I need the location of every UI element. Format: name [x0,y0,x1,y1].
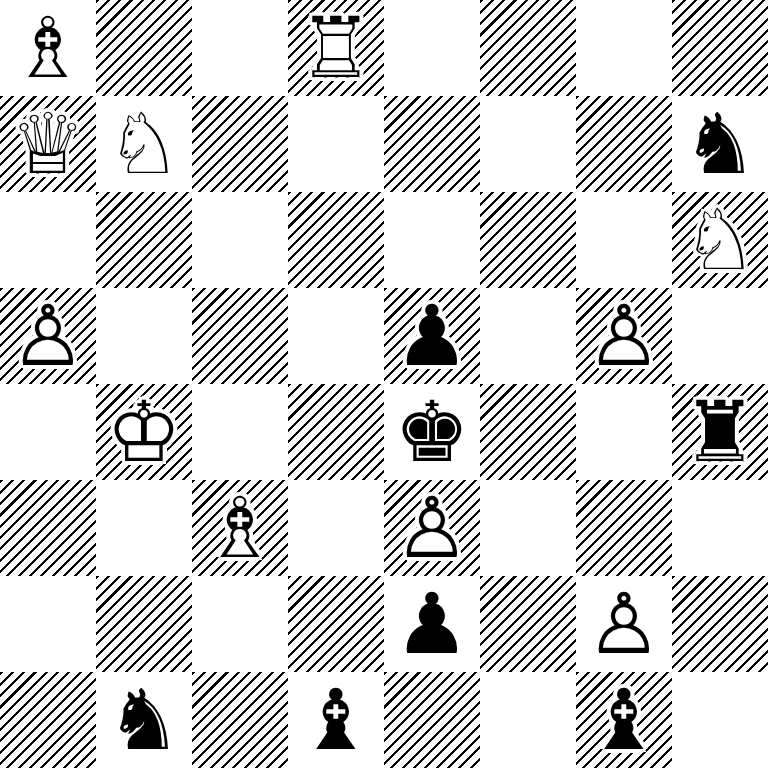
square-c2[interactable] [192,576,288,672]
square-f2[interactable] [480,576,576,672]
square-h3[interactable] [672,480,768,576]
square-b7[interactable]: ♞♘ [96,96,192,192]
square-f6[interactable] [480,192,576,288]
square-d7[interactable] [288,96,384,192]
square-b6[interactable] [96,192,192,288]
square-h1[interactable] [672,672,768,768]
square-g1[interactable]: ♝♝ [576,672,672,768]
square-a3[interactable] [0,480,96,576]
square-c8[interactable] [192,0,288,96]
square-g6[interactable] [576,192,672,288]
chess-board: ♝♗♜♖♛♕♞♘♞♞♞♘♟♙♟♟♟♙♚♔♚♚♜♜♝♗♟♙♟♟♟♙♞♞♝♝♝♝ [0,0,768,768]
square-d2[interactable] [288,576,384,672]
piece-black-pawn-e2[interactable]: ♟♟ [384,576,480,672]
square-e4[interactable]: ♚♚ [384,384,480,480]
piece-white-knight-h6[interactable]: ♞♘ [672,192,768,288]
square-a6[interactable] [0,192,96,288]
black-king-icon: ♚ [384,384,480,480]
square-e2[interactable]: ♟♟ [384,576,480,672]
piece-black-bishop-d1[interactable]: ♝♝ [288,672,384,768]
black-pawn-icon: ♟ [384,576,480,672]
black-pawn-icon: ♟ [384,288,480,384]
square-f7[interactable] [480,96,576,192]
square-f8[interactable] [480,0,576,96]
square-b5[interactable] [96,288,192,384]
square-h7[interactable]: ♞♞ [672,96,768,192]
square-h6[interactable]: ♞♘ [672,192,768,288]
square-h4[interactable]: ♜♜ [672,384,768,480]
square-e6[interactable] [384,192,480,288]
square-c7[interactable] [192,96,288,192]
square-e3[interactable]: ♟♙ [384,480,480,576]
square-g4[interactable] [576,384,672,480]
piece-white-pawn-g5[interactable]: ♟♙ [576,288,672,384]
square-f5[interactable] [480,288,576,384]
square-e7[interactable] [384,96,480,192]
square-a5[interactable]: ♟♙ [0,288,96,384]
square-d4[interactable] [288,384,384,480]
piece-black-knight-h7[interactable]: ♞♞ [672,96,768,192]
white-pawn-icon: ♙ [0,288,96,384]
square-b1[interactable]: ♞♞ [96,672,192,768]
piece-white-pawn-a5[interactable]: ♟♙ [0,288,96,384]
piece-white-knight-b7[interactable]: ♞♘ [96,96,192,192]
piece-black-king-e4[interactable]: ♚♚ [384,384,480,480]
square-c5[interactable] [192,288,288,384]
piece-white-bishop-a8[interactable]: ♝♗ [0,0,96,96]
piece-white-queen-a7[interactable]: ♛♕ [0,96,96,192]
square-c3[interactable]: ♝♗ [192,480,288,576]
white-pawn-icon: ♙ [384,480,480,576]
piece-white-bishop-c3[interactable]: ♝♗ [192,480,288,576]
white-rook-icon: ♖ [288,0,384,96]
square-f4[interactable] [480,384,576,480]
black-knight-icon: ♞ [672,96,768,192]
piece-black-bishop-g1[interactable]: ♝♝ [576,672,672,768]
square-f1[interactable] [480,672,576,768]
square-c1[interactable] [192,672,288,768]
piece-white-rook-d8[interactable]: ♜♖ [288,0,384,96]
square-g5[interactable]: ♟♙ [576,288,672,384]
white-knight-icon: ♘ [96,96,192,192]
square-f3[interactable] [480,480,576,576]
white-queen-icon: ♕ [0,96,96,192]
square-c6[interactable] [192,192,288,288]
square-b4[interactable]: ♚♔ [96,384,192,480]
square-a1[interactable] [0,672,96,768]
black-rook-icon: ♜ [672,384,768,480]
piece-white-pawn-g2[interactable]: ♟♙ [576,576,672,672]
square-h8[interactable] [672,0,768,96]
piece-white-pawn-e3[interactable]: ♟♙ [384,480,480,576]
white-knight-icon: ♘ [672,192,768,288]
white-king-icon: ♔ [96,384,192,480]
square-a8[interactable]: ♝♗ [0,0,96,96]
square-a2[interactable] [0,576,96,672]
square-d5[interactable] [288,288,384,384]
square-g3[interactable] [576,480,672,576]
square-e1[interactable] [384,672,480,768]
square-g2[interactable]: ♟♙ [576,576,672,672]
white-bishop-icon: ♗ [192,480,288,576]
square-h5[interactable] [672,288,768,384]
piece-black-knight-b1[interactable]: ♞♞ [96,672,192,768]
square-a4[interactable] [0,384,96,480]
piece-black-pawn-e5[interactable]: ♟♟ [384,288,480,384]
piece-black-rook-h4[interactable]: ♜♜ [672,384,768,480]
piece-white-king-b4[interactable]: ♚♔ [96,384,192,480]
square-e8[interactable] [384,0,480,96]
black-knight-icon: ♞ [96,672,192,768]
square-a7[interactable]: ♛♕ [0,96,96,192]
square-e5[interactable]: ♟♟ [384,288,480,384]
black-bishop-icon: ♝ [288,672,384,768]
white-bishop-icon: ♗ [0,0,96,96]
square-c4[interactable] [192,384,288,480]
square-d3[interactable] [288,480,384,576]
square-g7[interactable] [576,96,672,192]
white-pawn-icon: ♙ [576,288,672,384]
square-g8[interactable] [576,0,672,96]
square-b3[interactable] [96,480,192,576]
black-bishop-icon: ♝ [576,672,672,768]
square-h2[interactable] [672,576,768,672]
square-d8[interactable]: ♜♖ [288,0,384,96]
square-b8[interactable] [96,0,192,96]
square-d6[interactable] [288,192,384,288]
square-d1[interactable]: ♝♝ [288,672,384,768]
square-b2[interactable] [96,576,192,672]
white-pawn-icon: ♙ [576,576,672,672]
